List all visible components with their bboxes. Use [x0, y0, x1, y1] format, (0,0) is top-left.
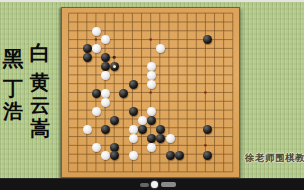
- stone-black: [166, 151, 175, 160]
- stone-black: [101, 125, 110, 134]
- stone-black: [110, 143, 119, 152]
- black-color-label: 黑: [3, 48, 24, 70]
- go-board: [61, 7, 240, 178]
- seek-mark: [140, 183, 149, 187]
- star-point: [95, 38, 98, 41]
- black-player-column: 黑 丁浩: [1, 48, 25, 123]
- white-player-column: 白 黄云嵩: [28, 42, 52, 140]
- white-player-name: 黄云嵩: [29, 71, 51, 140]
- stone-black: [203, 35, 212, 44]
- seek-time-blur: [161, 182, 176, 187]
- stone-white: [166, 134, 175, 143]
- stone-black: [110, 116, 119, 125]
- board-grid: [62, 8, 239, 177]
- star-point: [204, 144, 207, 147]
- stone-white: [138, 116, 147, 125]
- last-move-marker: [113, 65, 116, 68]
- stone-black: [138, 125, 147, 134]
- stone-black: [147, 116, 156, 125]
- black-player-name: 丁浩: [2, 77, 24, 123]
- stone-black: [83, 53, 92, 62]
- stone-white: [92, 27, 101, 36]
- stone-white: [147, 143, 156, 152]
- stone-black: [203, 151, 212, 160]
- stone-black: [147, 134, 156, 143]
- player-info-panel: 黑 丁浩 白 黄云嵩: [0, 2, 61, 178]
- seek-thumb[interactable]: [151, 181, 158, 188]
- star-point: [204, 91, 207, 94]
- video-control-bar[interactable]: [0, 178, 304, 190]
- stone-black: [129, 107, 138, 116]
- stone-white: [129, 134, 138, 143]
- stone-white: [101, 98, 110, 107]
- stone-black: [92, 89, 101, 98]
- stone-white: [147, 107, 156, 116]
- stone-black: [156, 134, 165, 143]
- stone-white: [92, 143, 101, 152]
- video-frame[interactable]: 黑 丁浩 白 黄云嵩 徐老师围棋教室: [0, 0, 304, 190]
- stone-white: [92, 107, 101, 116]
- stone-black: [129, 80, 138, 89]
- stone-white: [83, 125, 92, 134]
- brand-panel: 徐老师围棋教室: [240, 2, 304, 178]
- stone-black: [203, 125, 212, 134]
- marker-dot: [113, 56, 116, 59]
- white-color-label: 白: [30, 42, 51, 64]
- stone-black: [83, 44, 92, 53]
- watermark-text: 徐老师围棋教室: [245, 152, 304, 165]
- stone-white: [101, 89, 110, 98]
- star-point: [149, 91, 152, 94]
- stone-white: [129, 125, 138, 134]
- star-point: [149, 38, 152, 41]
